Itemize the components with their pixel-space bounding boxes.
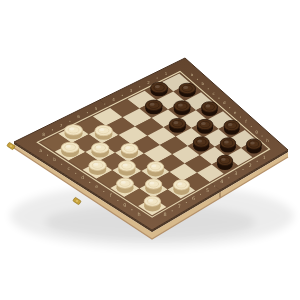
coordinate-mark: 7 [178, 204, 181, 209]
coordinate-mark: e [234, 110, 237, 115]
piece-highlight [148, 199, 153, 202]
coordinate-mark: 5 [95, 106, 98, 111]
coordinate-dot [104, 103, 105, 104]
product-photo: abcdefghabcdefgh1234567812345678 [0, 0, 300, 300]
coordinate-mark: d [223, 100, 226, 105]
checker-piece-light [118, 161, 135, 176]
coordinate-dot [75, 173, 76, 174]
piece-highlight [123, 163, 128, 166]
coordinate-mark: 4 [220, 179, 223, 184]
piece-highlight [224, 140, 229, 143]
checker-piece-light [65, 125, 83, 139]
checker-piece-light [145, 179, 161, 194]
coordinate-mark: 5 [206, 188, 209, 193]
coordinate-dot [218, 98, 219, 99]
coordinate-mark: b [53, 157, 56, 162]
coordinate-dot [257, 161, 258, 162]
checker-piece-light [144, 196, 160, 211]
checker-piece-light [92, 143, 109, 158]
coordinate-mark: 8 [42, 132, 45, 137]
checkers-board: abcdefghabcdefgh1234567812345678 [0, 0, 300, 300]
coordinate-mark: 2 [147, 80, 150, 85]
checker-piece-dark [151, 82, 168, 96]
checker-piece-light [89, 160, 106, 175]
piece-highlight [197, 139, 202, 142]
checker-piece-dark [193, 137, 209, 152]
coordinate-mark: 3 [130, 88, 133, 93]
piece-highlight [228, 123, 233, 126]
coordinate-mark: e [95, 184, 98, 189]
coordinate-dot [229, 107, 230, 108]
coordinate-dot [251, 126, 252, 127]
coordinate-dot [69, 121, 70, 122]
piece-highlight [96, 145, 101, 148]
piece-highlight [149, 181, 154, 184]
coordinate-dot [197, 79, 198, 80]
coordinate-mark: 4 [112, 97, 115, 102]
coordinate-mark: 8 [164, 211, 167, 217]
checker-piece-light [61, 142, 79, 157]
coordinate-dot [87, 112, 88, 113]
piece-highlight [151, 164, 156, 167]
coordinate-mark: d [81, 175, 84, 180]
coordinate-dot [261, 135, 262, 136]
coordinate-mark: 1 [263, 155, 266, 160]
coordinate-dot [228, 177, 229, 178]
checker-piece-dark [224, 120, 239, 134]
coordinate-dot [61, 164, 62, 165]
piece-highlight [69, 127, 74, 130]
coordinate-mark: b [202, 81, 205, 86]
checker-piece-light [173, 180, 189, 195]
piece-highlight [99, 128, 104, 131]
piece-highlight [221, 158, 226, 161]
coordinate-mark: g [123, 202, 126, 207]
checker-piece-dark [202, 102, 218, 116]
piece-highlight [66, 145, 71, 148]
piece-highlight [201, 122, 206, 125]
coordinate-dot [117, 200, 118, 201]
piece-highlight [150, 103, 155, 106]
coordinate-dot [139, 86, 140, 87]
checker-piece-dark [179, 83, 195, 97]
coordinate-mark: c [212, 91, 214, 96]
checker-piece-light [147, 162, 163, 177]
checker-piece-light [117, 178, 134, 193]
checker-piece-dark [197, 119, 213, 133]
coordinate-dot [157, 78, 158, 79]
coordinate-dot [186, 202, 187, 203]
checker-piece-dark [246, 139, 261, 154]
coordinate-dot [131, 209, 132, 210]
checker-piece-light [121, 143, 138, 158]
coordinate-dot [200, 194, 201, 195]
checker-piece-dark [174, 101, 190, 115]
coordinate-mark: 6 [192, 196, 195, 201]
coordinate-dot [208, 88, 209, 89]
piece-highlight [177, 182, 182, 185]
coordinate-dot [240, 117, 241, 118]
checker-piece-dark [169, 118, 185, 132]
coordinate-mark: h [266, 138, 269, 143]
piece-highlight [173, 121, 178, 124]
coordinate-dot [103, 191, 104, 192]
checker-piece-dark [217, 155, 232, 170]
coordinate-mark: 6 [77, 114, 80, 119]
piece-highlight [178, 103, 183, 106]
coordinate-mark: g [255, 129, 258, 134]
coordinate-mark: 2 [249, 163, 252, 168]
coordinate-dot [52, 129, 53, 130]
checker-piece-dark [220, 138, 235, 153]
coordinate-dot [122, 95, 123, 96]
coordinate-mark: a [39, 148, 42, 153]
piece-highlight [250, 141, 254, 144]
piece-highlight [121, 181, 126, 184]
coordinate-dot [89, 182, 90, 183]
piece-highlight [93, 163, 98, 166]
checker-piece-dark [145, 100, 162, 114]
coordinate-mark: f [110, 193, 112, 198]
checker-piece-light [95, 125, 112, 139]
coordinate-dot [214, 185, 215, 186]
piece-highlight [206, 104, 211, 107]
piece-highlight [125, 146, 130, 149]
piece-highlight [183, 86, 188, 89]
coordinate-mark: h [137, 211, 140, 217]
coordinate-mark: 7 [60, 123, 63, 128]
coordinate-dot [242, 169, 243, 170]
piece-highlight [155, 85, 160, 88]
coordinate-dot [172, 210, 173, 211]
coordinate-mark: 3 [234, 171, 237, 176]
coordinate-dot [47, 155, 48, 156]
